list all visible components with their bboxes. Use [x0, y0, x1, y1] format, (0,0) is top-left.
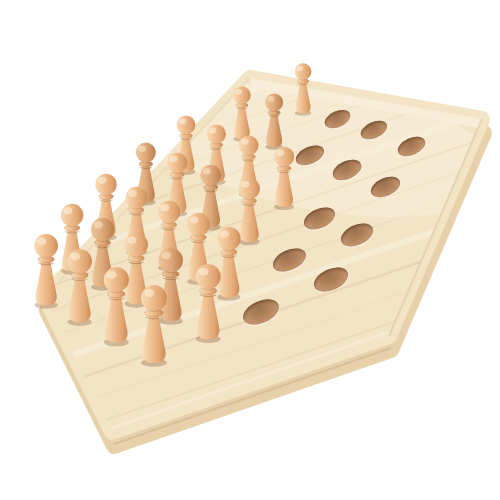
board-cells	[0, 0, 500, 500]
hole[interactable]	[338, 219, 377, 251]
hole[interactable]	[394, 132, 427, 159]
hole[interactable]	[358, 117, 390, 143]
hole[interactable]	[330, 156, 365, 184]
peg[interactable]	[95, 265, 138, 350]
peg[interactable]	[187, 262, 229, 347]
peg[interactable]	[132, 283, 176, 371]
hole[interactable]	[300, 204, 338, 235]
hole[interactable]	[270, 243, 311, 276]
hole[interactable]	[368, 172, 404, 201]
product-photo-scene	[0, 0, 500, 500]
peg[interactable]	[267, 145, 301, 213]
hole[interactable]	[322, 106, 354, 132]
hole[interactable]	[310, 263, 352, 297]
peg[interactable]	[289, 62, 317, 118]
